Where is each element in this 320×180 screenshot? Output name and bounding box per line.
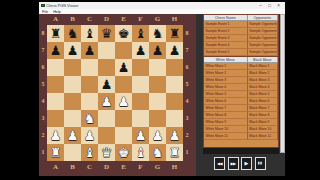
square-g3 [149,110,166,127]
square-h6 [166,59,183,76]
piece-black-pawn: ♟ [149,42,166,59]
rank-label-4: 4 [39,93,47,110]
square-h7: ♟ [166,42,183,59]
window-title: Chess PGN Viewer [46,4,256,8]
square-e6: ♟ [115,59,132,76]
square-f1: ♝ [132,144,149,161]
chess-board: ABCDEFGH 87654321 ♜♞♝♛♚♝♞♜♟♟♟♟♟♟♟♟♟♟♞♟♟♟… [39,14,196,176]
content-area: ABCDEFGH 87654321 ♜♞♝♛♚♝♞♜♟♟♟♟♟♟♟♟♟♟♞♟♟♟… [39,14,285,176]
file-labels-bottom: ABCDEFGH [47,161,196,176]
piece-black-pawn: ♟ [132,42,149,59]
piece-white-bishop: ♝ [81,144,98,161]
table-cell[interactable]: Black Move 2 [248,70,278,77]
square-b7: ♟ [64,42,81,59]
piece-black-pawn: ♟ [115,59,132,76]
piece-black-queen: ♛ [98,25,115,42]
square-a5 [47,76,64,93]
table-cell[interactable]: White Move 3 [204,77,248,84]
rewind-button[interactable]: ◀◀ [214,157,225,170]
table-cell[interactable]: Black Move 8 [248,112,278,119]
square-b6 [64,59,81,76]
table-cell[interactable]: Sample Opponent 1 [248,21,278,28]
fast-forward-button[interactable]: ▶▶ [228,157,239,170]
file-label-f: F [132,162,149,176]
square-a3 [47,110,64,127]
square-c8: ♝ [81,25,98,42]
piece-black-rook: ♜ [166,25,183,42]
piece-white-pawn: ♟ [64,127,81,144]
square-g6 [149,59,166,76]
square-g5 [149,76,166,93]
piece-white-rook: ♜ [166,144,183,161]
file-label-b: B [64,162,81,176]
rank-label-2: 2 [39,127,47,144]
table-cell[interactable]: Black Move 10 [248,126,278,133]
rank-label-5: 5 [183,76,191,93]
square-b8: ♞ [64,25,81,42]
rewind-icon: ◀◀ [217,162,222,166]
square-h8: ♜ [166,25,183,42]
piece-white-knight: ♞ [81,110,98,127]
square-e3 [115,110,132,127]
square-f2: ♟ [132,127,149,144]
file-label-f: F [132,14,149,25]
table-cell[interactable]: White Move 4 [204,84,248,91]
table-cell[interactable]: Black Move 3 [248,77,278,84]
piece-white-pawn: ♟ [149,127,166,144]
file-label-b: B [64,14,81,25]
piece-black-king: ♚ [115,25,132,42]
square-c7: ♟ [81,42,98,59]
game-row[interactable]: Sample Event 5Sample Opponent 5 [204,49,278,56]
file-label-g: G [149,14,166,25]
empty-table-space [204,140,278,147]
rank-label-5: 5 [39,76,47,93]
rank-label-6: 6 [39,59,47,76]
maximize-button[interactable]: □ [265,2,274,9]
table-cell[interactable]: Black Move 1 [248,63,278,70]
rank-label-2: 2 [183,127,191,144]
move-row[interactable]: White Move 4Black Move 4 [204,84,278,91]
rank-label-3: 3 [183,110,191,127]
square-a8: ♜ [47,25,64,42]
square-g7: ♟ [149,42,166,59]
square-d2 [98,127,115,144]
moves-horizontal-scrollbar[interactable] [203,147,279,154]
rank-label-6: 6 [183,59,191,76]
game-row[interactable]: Sample Event 2Sample Opponent 2 [204,28,278,35]
square-d6 [98,59,115,76]
table-cell[interactable]: Sample Event 1 [204,21,248,28]
square-a2: ♟ [47,127,64,144]
rank-label-7: 7 [183,42,191,59]
file-label-a: A [47,14,64,25]
table-cell[interactable]: Sample Opponent 4 [248,42,278,49]
file-label-h: H [166,162,183,176]
square-h3 [166,110,183,127]
square-a4 [47,93,64,110]
table-cell[interactable]: Sample Opponent 5 [248,49,278,56]
app-icon [41,4,45,8]
square-b4 [64,93,81,110]
file-label-d: D [98,14,115,25]
square-d1: ♛ [98,144,115,161]
table-cell[interactable]: Black Move 5 [248,91,278,98]
move-row[interactable]: White Move 9Black Move 9 [204,119,278,126]
file-label-c: C [81,14,98,25]
table-cell[interactable]: White Move 2 [204,70,248,77]
square-c6 [81,59,98,76]
square-e7 [115,42,132,59]
table-cell[interactable]: White Move 9 [204,119,248,126]
file-label-e: E [115,14,132,25]
piece-white-bishop: ♝ [132,144,149,161]
square-h4 [166,93,183,110]
move-row[interactable]: White Move 2Black Move 2 [204,70,278,77]
move-row[interactable]: White Move 11Black Move 11 [204,133,278,140]
square-b2: ♟ [64,127,81,144]
app-window: Chess PGN Viewer –□× FileHelp ABCDEFGH 8… [39,2,285,176]
square-e5 [115,76,132,93]
tables-vertical-scrollbar[interactable] [280,14,285,153]
square-c2: ♟ [81,127,98,144]
piece-white-pawn: ♟ [98,93,115,110]
play-icon: ▶ [245,161,249,166]
piece-white-pawn: ♟ [115,93,132,110]
file-label-e: E [115,162,132,176]
piece-white-queen: ♛ [98,144,115,161]
piece-white-knight: ♞ [149,144,166,161]
square-d8: ♛ [98,25,115,42]
file-label-d: D [98,162,115,176]
piece-black-pawn: ♟ [47,42,64,59]
menu-item-file[interactable]: File [42,10,48,14]
piece-black-pawn: ♟ [98,76,115,93]
table-cell[interactable]: Sample Opponent 3 [248,35,278,42]
table-cell[interactable]: Sample Event 3 [204,35,248,42]
piece-black-knight: ♞ [149,25,166,42]
piece-black-knight: ♞ [64,25,81,42]
piece-white-rook: ♜ [47,144,64,161]
square-f4 [132,93,149,110]
table-cell[interactable]: White Move 6 [204,98,248,105]
rank-label-7: 7 [39,42,47,59]
move-row[interactable]: White Move 5Black Move 5 [204,91,278,98]
square-h1: ♜ [166,144,183,161]
square-g2: ♟ [149,127,166,144]
close-button[interactable]: × [274,2,283,9]
square-g1: ♞ [149,144,166,161]
square-h2: ♟ [166,127,183,144]
move-row[interactable]: White Move 8Black Move 8 [204,112,278,119]
square-a7: ♟ [47,42,64,59]
rank-label-4: 4 [183,93,191,110]
fast-forward-icon: ▶▶ [230,162,235,166]
square-a6 [47,59,64,76]
piece-black-pawn: ♟ [81,42,98,59]
table-cell[interactable]: Sample Event 2 [204,28,248,35]
table-cell[interactable]: White Move 11 [204,133,248,140]
rank-label-8: 8 [39,25,47,42]
square-c1: ♝ [81,144,98,161]
file-labels-top: ABCDEFGH [47,14,196,25]
square-e1: ♚ [115,144,132,161]
title-bar: Chess PGN Viewer –□× [39,2,285,9]
square-f7: ♟ [132,42,149,59]
square-d4: ♟ [98,93,115,110]
move-row[interactable]: White Move 3Black Move 3 [204,77,278,84]
table-cell[interactable]: Black Move 11 [248,133,278,140]
board-middle: 87654321 ♜♞♝♛♚♝♞♜♟♟♟♟♟♟♟♟♟♟♞♟♟♟♟♟♟♜♝♛♚♝♞… [39,25,196,161]
rank-label-1: 1 [39,144,47,161]
square-f5 [132,76,149,93]
screen: Chess PGN Viewer –□× FileHelp ABCDEFGH 8… [0,0,320,180]
square-b1 [64,144,81,161]
move-row[interactable]: White Move 1Black Move 1 [204,63,278,70]
square-g4 [149,93,166,110]
square-f3 [132,110,149,127]
menu-item-help[interactable]: Help [53,10,61,14]
table-cell[interactable]: Black Move 4 [248,84,278,91]
move-row[interactable]: White Move 10Black Move 10 [204,126,278,133]
game-row[interactable]: Sample Event 1Sample Opponent 1 [204,21,278,28]
table-cell[interactable]: White Move 7 [204,105,248,112]
games-table: Chess NameOpponentsSample Event 1Sample … [203,14,279,57]
rank-labels-right: 87654321 [183,25,191,161]
square-b5 [64,76,81,93]
table-cell[interactable]: Sample Opponent 2 [248,28,278,35]
game-row[interactable]: Sample Event 4Sample Opponent 4 [204,42,278,49]
piece-black-pawn: ♟ [166,42,183,59]
rank-label-1: 1 [183,144,191,161]
table-cell[interactable]: White Move 1 [204,63,248,70]
square-e8: ♚ [115,25,132,42]
minimize-button[interactable]: – [256,2,265,9]
file-label-a: A [47,162,64,176]
file-label-h: H [166,14,183,25]
board-grid: ♜♞♝♛♚♝♞♜♟♟♟♟♟♟♟♟♟♟♞♟♟♟♟♟♟♜♝♛♚♝♞♜ [47,25,183,161]
file-label-c: C [81,162,98,176]
table-cell[interactable]: White Move 5 [204,91,248,98]
piece-black-bishop: ♝ [81,25,98,42]
pause-button[interactable]: ▮▮ [255,157,266,170]
rank-label-3: 3 [39,110,47,127]
pause-icon: ▮▮ [258,162,262,166]
play-button[interactable]: ▶ [241,157,252,170]
rank-label-8: 8 [183,25,191,42]
piece-black-rook: ♜ [47,25,64,42]
square-d3 [98,110,115,127]
piece-black-pawn: ♟ [64,42,81,59]
file-label-g: G [149,162,166,176]
right-panel: Chess NameOpponentsSample Event 1Sample … [196,14,285,176]
move-row[interactable]: White Move 6Black Move 6 [204,98,278,105]
table-cell[interactable]: Sample Event 4 [204,42,248,49]
table-cell[interactable]: White Move 10 [204,126,248,133]
piece-white-pawn: ♟ [47,127,64,144]
piece-white-king: ♚ [115,144,132,161]
table-cell[interactable]: Black Move 6 [248,98,278,105]
square-c5 [81,76,98,93]
square-c4 [81,93,98,110]
square-e2 [115,127,132,144]
square-e4: ♟ [115,93,132,110]
playback-controls: ◀◀▶▶▶▮▮ [214,157,266,170]
square-b3 [64,110,81,127]
piece-white-pawn: ♟ [132,127,149,144]
square-d7 [98,42,115,59]
piece-black-bishop: ♝ [132,25,149,42]
moves-table: White MoveBlack MoveWhite Move 1Black Mo… [203,56,279,148]
rank-labels-left: 87654321 [39,25,47,161]
square-g8: ♞ [149,25,166,42]
square-c3: ♞ [81,110,98,127]
square-h5 [166,76,183,93]
square-f6 [132,59,149,76]
piece-white-pawn: ♟ [81,127,98,144]
square-a1: ♜ [47,144,64,161]
table-cell[interactable]: Black Move 9 [248,119,278,126]
move-row[interactable]: White Move 7Black Move 7 [204,105,278,112]
piece-white-pawn: ♟ [166,127,183,144]
table-cell[interactable]: Black Move 7 [248,105,278,112]
window-controls: –□× [256,2,283,9]
game-row[interactable]: Sample Event 3Sample Opponent 3 [204,35,278,42]
square-f8: ♝ [132,25,149,42]
table-cell[interactable]: Sample Event 5 [204,49,248,56]
table-cell[interactable]: White Move 8 [204,112,248,119]
square-d5: ♟ [98,76,115,93]
